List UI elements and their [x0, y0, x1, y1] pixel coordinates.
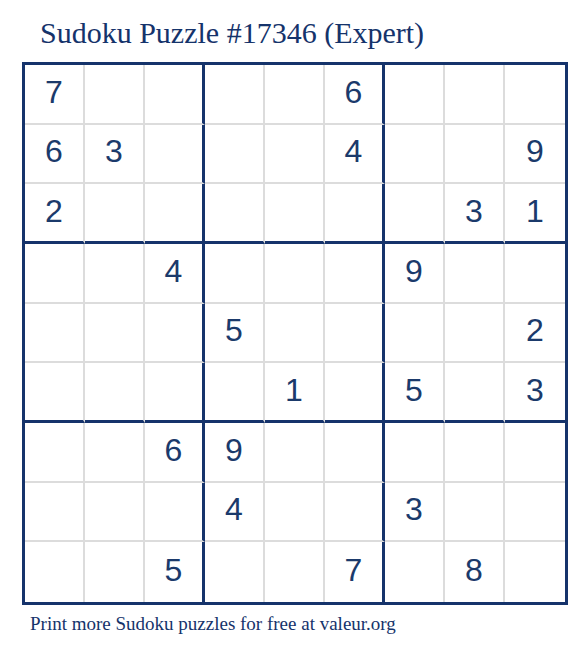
cell-r8c7: 3	[385, 483, 445, 543]
cell-r2c6: 4	[325, 125, 385, 185]
cell-r1c9	[505, 65, 565, 125]
cell-r4c5	[265, 244, 325, 304]
cell-r9c4	[205, 542, 265, 602]
cell-r1c4	[205, 65, 265, 125]
cell-r9c2	[85, 542, 145, 602]
cell-r1c3	[145, 65, 205, 125]
cell-r4c7: 9	[385, 244, 445, 304]
cell-r5c7	[385, 304, 445, 364]
cell-r9c7	[385, 542, 445, 602]
cell-r2c7	[385, 125, 445, 185]
cell-r3c6	[325, 184, 385, 244]
cell-r1c6: 6	[325, 65, 385, 125]
sudoku-board: 76634923149521536943578	[22, 62, 568, 605]
cell-r2c3	[145, 125, 205, 185]
cell-r9c9	[505, 542, 565, 602]
cell-r6c9: 3	[505, 363, 565, 423]
cell-r4c1	[25, 244, 85, 304]
cell-r7c4: 9	[205, 423, 265, 483]
cell-r7c3: 6	[145, 423, 205, 483]
cell-r2c2: 3	[85, 125, 145, 185]
cell-r9c3: 5	[145, 542, 205, 602]
cell-r6c6	[325, 363, 385, 423]
cell-r8c2	[85, 483, 145, 543]
cell-r1c8	[445, 65, 505, 125]
cell-r7c1	[25, 423, 85, 483]
cell-r9c1	[25, 542, 85, 602]
cell-r5c1	[25, 304, 85, 364]
cell-r3c2	[85, 184, 145, 244]
cell-r8c4: 4	[205, 483, 265, 543]
footer-text: Print more Sudoku puzzles for free at va…	[30, 613, 396, 636]
cell-r1c7	[385, 65, 445, 125]
cell-r4c3: 4	[145, 244, 205, 304]
cell-r3c7	[385, 184, 445, 244]
cell-r5c5	[265, 304, 325, 364]
cell-r6c8	[445, 363, 505, 423]
cell-r6c5: 1	[265, 363, 325, 423]
cell-r8c5	[265, 483, 325, 543]
cell-r4c6	[325, 244, 385, 304]
cell-r6c1	[25, 363, 85, 423]
cell-r2c1: 6	[25, 125, 85, 185]
cell-r8c9	[505, 483, 565, 543]
cell-r3c5	[265, 184, 325, 244]
cell-r4c9	[505, 244, 565, 304]
cell-r7c6	[325, 423, 385, 483]
cell-r3c4	[205, 184, 265, 244]
cell-r2c9: 9	[505, 125, 565, 185]
cell-r4c2	[85, 244, 145, 304]
cell-r5c9: 2	[505, 304, 565, 364]
cell-r9c5	[265, 542, 325, 602]
cell-r3c3	[145, 184, 205, 244]
cell-r3c1: 2	[25, 184, 85, 244]
cell-r7c8	[445, 423, 505, 483]
cell-r6c4	[205, 363, 265, 423]
cell-r5c6	[325, 304, 385, 364]
cell-r4c4	[205, 244, 265, 304]
cell-r5c8	[445, 304, 505, 364]
cell-r7c5	[265, 423, 325, 483]
cell-r9c8: 8	[445, 542, 505, 602]
cell-r5c2	[85, 304, 145, 364]
cell-r1c2	[85, 65, 145, 125]
cell-r8c1	[25, 483, 85, 543]
cell-r6c3	[145, 363, 205, 423]
cell-r6c7: 5	[385, 363, 445, 423]
cell-r6c2	[85, 363, 145, 423]
cell-r7c2	[85, 423, 145, 483]
cell-r1c1: 7	[25, 65, 85, 125]
cell-r4c8	[445, 244, 505, 304]
cell-r2c8	[445, 125, 505, 185]
cell-r8c3	[145, 483, 205, 543]
cell-r9c6: 7	[325, 542, 385, 602]
cell-r1c5	[265, 65, 325, 125]
cell-r8c6	[325, 483, 385, 543]
cell-r2c5	[265, 125, 325, 185]
cell-r8c8	[445, 483, 505, 543]
page-title: Sudoku Puzzle #17346 (Expert)	[40, 16, 424, 49]
cell-r2c4	[205, 125, 265, 185]
cell-r3c9: 1	[505, 184, 565, 244]
cell-r7c7	[385, 423, 445, 483]
cell-r3c8: 3	[445, 184, 505, 244]
cell-r7c9	[505, 423, 565, 483]
cell-r5c3	[145, 304, 205, 364]
cell-r5c4: 5	[205, 304, 265, 364]
